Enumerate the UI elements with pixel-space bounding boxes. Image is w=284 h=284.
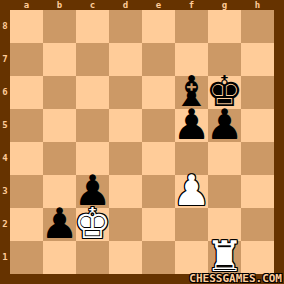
- white-pawn-f3-piece: ♟: [175, 174, 208, 207]
- square-a4[interactable]: [10, 142, 43, 175]
- square-d5[interactable]: [109, 109, 142, 142]
- square-c3[interactable]: ♟: [76, 175, 109, 208]
- square-h7[interactable]: [241, 43, 274, 76]
- square-d3[interactable]: [109, 175, 142, 208]
- square-h5[interactable]: [241, 109, 274, 142]
- square-b7[interactable]: [43, 43, 76, 76]
- square-d8[interactable]: [109, 10, 142, 43]
- square-h6[interactable]: [241, 76, 274, 109]
- site-branding-label[interactable]: CHESSGAMES.COM: [189, 273, 282, 284]
- square-e6[interactable]: [142, 76, 175, 109]
- square-c1[interactable]: [76, 241, 109, 274]
- square-f6[interactable]: ♝: [175, 76, 208, 109]
- white-rook-g1-piece: ♜: [208, 240, 241, 273]
- square-b5[interactable]: [43, 109, 76, 142]
- rank-label-8: 8: [0, 10, 10, 43]
- square-h1[interactable]: [241, 241, 274, 274]
- chess-diagram: abcdefgh 87654321 ♝♚♟♟♟♟♟♚♜ CHESSGAMES.C…: [0, 0, 284, 284]
- square-a3[interactable]: [10, 175, 43, 208]
- square-a8[interactable]: [10, 10, 43, 43]
- square-c4[interactable]: [76, 142, 109, 175]
- square-c2[interactable]: ♚: [76, 208, 109, 241]
- rank-label-5: 5: [0, 109, 10, 142]
- square-a7[interactable]: [10, 43, 43, 76]
- file-label-a: a: [10, 0, 43, 10]
- square-f4[interactable]: [175, 142, 208, 175]
- square-d7[interactable]: [109, 43, 142, 76]
- square-f1[interactable]: [175, 241, 208, 274]
- file-label-c: c: [76, 0, 109, 10]
- square-d2[interactable]: [109, 208, 142, 241]
- white-king-c2-piece: ♚: [76, 207, 109, 240]
- square-c7[interactable]: [76, 43, 109, 76]
- square-a6[interactable]: [10, 76, 43, 109]
- square-d1[interactable]: [109, 241, 142, 274]
- square-b2[interactable]: ♟: [43, 208, 76, 241]
- square-e5[interactable]: [142, 109, 175, 142]
- square-e4[interactable]: [142, 142, 175, 175]
- square-b4[interactable]: [43, 142, 76, 175]
- square-f8[interactable]: [175, 10, 208, 43]
- square-b1[interactable]: [43, 241, 76, 274]
- square-h3[interactable]: [241, 175, 274, 208]
- rank-labels: 87654321: [0, 10, 10, 274]
- square-a5[interactable]: [10, 109, 43, 142]
- square-d4[interactable]: [109, 142, 142, 175]
- rank-label-6: 6: [0, 76, 10, 109]
- square-f3[interactable]: ♟: [175, 175, 208, 208]
- square-e1[interactable]: [142, 241, 175, 274]
- rank-label-7: 7: [0, 43, 10, 76]
- black-king-g6-piece: ♚: [208, 75, 241, 108]
- black-pawn-c3-piece: ♟: [76, 174, 109, 207]
- rank-label-1: 1: [0, 241, 10, 274]
- square-g1[interactable]: ♜: [208, 241, 241, 274]
- square-c5[interactable]: [76, 109, 109, 142]
- rank-label-2: 2: [0, 208, 10, 241]
- black-bishop-f6-piece: ♝: [175, 75, 208, 108]
- file-label-g: g: [208, 0, 241, 10]
- board: ♝♚♟♟♟♟♟♚♜: [10, 10, 274, 274]
- file-label-d: d: [109, 0, 142, 10]
- black-pawn-g5-piece: ♟: [208, 108, 241, 141]
- file-label-h: h: [241, 0, 274, 10]
- file-labels: abcdefgh: [10, 0, 274, 10]
- rank-label-4: 4: [0, 142, 10, 175]
- square-e7[interactable]: [142, 43, 175, 76]
- file-label-e: e: [142, 0, 175, 10]
- square-f2[interactable]: [175, 208, 208, 241]
- square-g7[interactable]: [208, 43, 241, 76]
- square-b3[interactable]: [43, 175, 76, 208]
- square-a1[interactable]: [10, 241, 43, 274]
- square-g5[interactable]: ♟: [208, 109, 241, 142]
- square-h2[interactable]: [241, 208, 274, 241]
- square-g2[interactable]: [208, 208, 241, 241]
- square-g6[interactable]: ♚: [208, 76, 241, 109]
- square-c6[interactable]: [76, 76, 109, 109]
- black-pawn-f5-piece: ♟: [175, 108, 208, 141]
- square-e3[interactable]: [142, 175, 175, 208]
- square-h8[interactable]: [241, 10, 274, 43]
- square-b6[interactable]: [43, 76, 76, 109]
- square-f7[interactable]: [175, 43, 208, 76]
- square-g3[interactable]: [208, 175, 241, 208]
- square-e8[interactable]: [142, 10, 175, 43]
- square-a2[interactable]: [10, 208, 43, 241]
- square-d6[interactable]: [109, 76, 142, 109]
- square-f5[interactable]: ♟: [175, 109, 208, 142]
- square-g8[interactable]: [208, 10, 241, 43]
- black-pawn-b2-piece: ♟: [43, 207, 76, 240]
- square-e2[interactable]: [142, 208, 175, 241]
- file-label-f: f: [175, 0, 208, 10]
- square-c8[interactable]: [76, 10, 109, 43]
- square-h4[interactable]: [241, 142, 274, 175]
- rank-label-3: 3: [0, 175, 10, 208]
- square-g4[interactable]: [208, 142, 241, 175]
- file-label-b: b: [43, 0, 76, 10]
- square-b8[interactable]: [43, 10, 76, 43]
